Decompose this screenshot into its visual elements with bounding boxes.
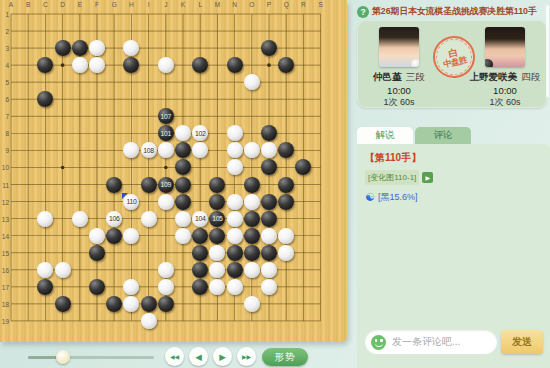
stone-white-P16 bbox=[261, 262, 277, 278]
white-player-rank: 三段 bbox=[406, 71, 425, 82]
white-byoyomi: 1次 60s bbox=[357, 96, 441, 109]
coord-col-C: C bbox=[43, 1, 48, 8]
stone-white-Q14 bbox=[278, 228, 294, 244]
stone-white-N12 bbox=[227, 194, 243, 210]
coord-row-10: 10 bbox=[0, 164, 9, 171]
white-player: 仲邑堇三段 10:00 1次 60s bbox=[357, 20, 441, 109]
tab-commentary[interactable]: 解说 bbox=[357, 127, 413, 144]
coord-col-G: G bbox=[112, 1, 117, 8]
coord-row-6: 6 bbox=[0, 96, 9, 103]
black-stone-icon bbox=[485, 59, 493, 67]
move-number-108: 108 bbox=[141, 142, 157, 158]
stone-white-E13 bbox=[72, 211, 88, 227]
next-move-button[interactable]: ▶ bbox=[213, 347, 232, 366]
stone-black-G11 bbox=[106, 177, 122, 193]
coord-col-H: H bbox=[129, 1, 134, 8]
black-byoyomi: 1次 60s bbox=[463, 96, 547, 109]
white-player-avatar bbox=[379, 27, 419, 67]
go-board[interactable]: ABCDEFGHIJKLMNOPQRS123456789101112131415… bbox=[0, 0, 347, 342]
stone-white-N13 bbox=[227, 211, 243, 227]
stone-black-J8: 101 bbox=[158, 125, 174, 141]
coord-col-I: I bbox=[148, 1, 150, 8]
winrate-value: [黑15.6%] bbox=[378, 191, 418, 204]
move-slider-knob[interactable] bbox=[56, 350, 70, 364]
stone-white-I13 bbox=[141, 211, 157, 227]
stone-black-M13: 105 bbox=[209, 211, 225, 227]
stone-black-F17 bbox=[89, 279, 105, 295]
coord-row-19: 19 bbox=[0, 317, 9, 324]
stone-white-Q15 bbox=[278, 245, 294, 261]
coord-col-Q: Q bbox=[284, 1, 289, 8]
stone-black-L16 bbox=[192, 262, 208, 278]
black-player-avatar bbox=[485, 27, 525, 67]
stone-black-F15 bbox=[89, 245, 105, 261]
stone-white-P17 bbox=[261, 279, 277, 295]
comment-placeholder: 发一条评论吧... bbox=[392, 335, 460, 349]
coord-row-17: 17 bbox=[0, 283, 9, 290]
stone-black-P12 bbox=[261, 194, 277, 210]
coord-row-16: 16 bbox=[0, 266, 9, 273]
stone-black-O14 bbox=[244, 228, 260, 244]
stone-black-N15 bbox=[227, 245, 243, 261]
stone-black-L15 bbox=[192, 245, 208, 261]
move-number-106: 106 bbox=[106, 211, 122, 227]
stone-black-I11 bbox=[141, 177, 157, 193]
white-main-time: 10:00 bbox=[357, 85, 441, 96]
stone-white-F3 bbox=[89, 40, 105, 56]
panel-tabs: 解说 评论 bbox=[357, 127, 473, 144]
coord-col-J: J bbox=[164, 1, 167, 8]
stone-white-O12 bbox=[244, 194, 260, 210]
coord-row-3: 3 bbox=[0, 45, 9, 52]
emoji-icon[interactable] bbox=[371, 335, 386, 350]
send-button[interactable]: 发送 bbox=[501, 330, 543, 354]
stone-white-L8: 102 bbox=[192, 125, 208, 141]
stone-white-O5 bbox=[244, 74, 260, 90]
stone-black-P13 bbox=[261, 211, 277, 227]
commentary-content: 【第110手】 [变化图110-1] ▶ ☯ [黑15.6%] 发一条评论吧..… bbox=[357, 144, 550, 368]
move-number-101: 101 bbox=[158, 125, 174, 141]
coord-col-E: E bbox=[78, 1, 82, 8]
coord-col-D: D bbox=[60, 1, 65, 8]
stone-black-D3 bbox=[55, 40, 71, 56]
players-card: 仲邑堇三段 10:00 1次 60s 上野爱咲美四段 10:00 1次 60s … bbox=[357, 20, 547, 108]
coord-col-S: S bbox=[318, 1, 322, 8]
coord-col-R: R bbox=[301, 1, 306, 8]
move-number-102: 102 bbox=[192, 125, 208, 141]
replay-toolbar: ◀◀ ◀ ▶ ▶▶ 形势 bbox=[0, 344, 347, 368]
variation-row: [变化图110-1] ▶ bbox=[365, 170, 433, 185]
white-stone-icon bbox=[411, 59, 419, 67]
coord-row-14: 14 bbox=[0, 232, 9, 239]
coord-row-8: 8 bbox=[0, 130, 9, 137]
stone-black-G18 bbox=[106, 296, 122, 312]
coord-row-9: 9 bbox=[0, 147, 9, 154]
coord-col-B: B bbox=[26, 1, 30, 8]
match-title-row: ? 第26期日本女流棋圣战挑战赛决胜第110手 bbox=[357, 6, 549, 18]
move-header: 【第110手】 bbox=[365, 151, 421, 165]
stone-white-I19 bbox=[141, 313, 157, 329]
stone-black-O11 bbox=[244, 177, 260, 193]
coord-col-A: A bbox=[9, 1, 13, 8]
move-number-105: 105 bbox=[209, 211, 225, 227]
stone-black-K12 bbox=[175, 194, 191, 210]
stone-black-N4 bbox=[227, 57, 243, 73]
next-icon: ▶ bbox=[219, 352, 226, 362]
coord-col-O: O bbox=[249, 1, 254, 8]
stone-white-O18 bbox=[244, 296, 260, 312]
stone-black-Q11 bbox=[278, 177, 294, 193]
stone-black-Q12 bbox=[278, 194, 294, 210]
coord-col-K: K bbox=[181, 1, 185, 8]
forward-button[interactable]: ▶▶ bbox=[237, 347, 256, 366]
stone-black-O15 bbox=[244, 245, 260, 261]
stone-white-N10 bbox=[227, 159, 243, 175]
last-move-marker bbox=[122, 193, 128, 199]
stone-white-M15 bbox=[209, 245, 225, 261]
stone-black-G14 bbox=[106, 228, 122, 244]
stone-white-N8 bbox=[227, 125, 243, 141]
stone-black-P15 bbox=[261, 245, 277, 261]
stone-white-N9 bbox=[227, 142, 243, 158]
stone-white-K14 bbox=[175, 228, 191, 244]
stone-black-K11 bbox=[175, 177, 191, 193]
variation-diagram-link[interactable]: [变化图110-1] bbox=[365, 170, 419, 185]
coord-row-1: 1 bbox=[0, 11, 9, 18]
coord-row-7: 7 bbox=[0, 113, 9, 120]
stone-black-M12 bbox=[209, 194, 225, 210]
app-window: ABCDEFGHIJKLMNOPQRS123456789101112131415… bbox=[0, 0, 550, 368]
coord-row-12: 12 bbox=[0, 198, 9, 205]
stone-black-J7: 107 bbox=[158, 108, 174, 124]
stone-white-F14 bbox=[89, 228, 105, 244]
move-number-104: 104 bbox=[192, 211, 208, 227]
white-player-name: 仲邑堇 bbox=[373, 71, 402, 82]
stone-white-C13 bbox=[37, 211, 53, 227]
coord-row-13: 13 bbox=[0, 215, 9, 222]
info-panel: ? 第26期日本女流棋圣战挑战赛决胜第110手 仲邑堇三段 10:00 1次 6… bbox=[353, 0, 550, 368]
stone-black-M14 bbox=[209, 228, 225, 244]
stone-black-J11: 109 bbox=[158, 177, 174, 193]
stone-black-L14 bbox=[192, 228, 208, 244]
black-player-rank: 四段 bbox=[521, 71, 540, 82]
stone-black-D18 bbox=[55, 296, 71, 312]
tab-comments[interactable]: 评论 bbox=[415, 127, 471, 144]
coord-row-11: 11 bbox=[0, 181, 9, 188]
stone-white-D16 bbox=[55, 262, 71, 278]
stone-black-L17 bbox=[192, 279, 208, 295]
comment-input-row: 发一条评论吧... 发送 bbox=[365, 330, 543, 354]
stone-black-N16 bbox=[227, 262, 243, 278]
comment-input[interactable]: 发一条评论吧... bbox=[365, 330, 497, 354]
stone-white-L13: 104 bbox=[192, 211, 208, 227]
prev-move-button[interactable]: ◀ bbox=[189, 347, 208, 366]
stone-white-K13 bbox=[175, 211, 191, 227]
stone-black-E3 bbox=[72, 40, 88, 56]
black-player-name: 上野爱咲美 bbox=[470, 71, 518, 82]
stone-white-P14 bbox=[261, 228, 277, 244]
coord-row-18: 18 bbox=[0, 300, 9, 307]
stone-white-H14 bbox=[123, 228, 139, 244]
move-number-109: 109 bbox=[158, 177, 174, 193]
stone-white-E4 bbox=[72, 57, 88, 73]
scrollbar[interactable] bbox=[546, 5, 550, 97]
coord-col-M: M bbox=[215, 1, 220, 8]
situation-analysis-button[interactable]: 形势 bbox=[262, 348, 308, 366]
stone-white-H12: 110 bbox=[123, 194, 139, 210]
ai-engine-icon: ☯ bbox=[365, 192, 375, 203]
stone-white-O16 bbox=[244, 262, 260, 278]
stone-white-I9: 108 bbox=[141, 142, 157, 158]
coord-col-F: F bbox=[95, 1, 99, 8]
stone-black-O13 bbox=[244, 211, 260, 227]
move-number-107: 107 bbox=[158, 108, 174, 124]
rewind-button[interactable]: ◀◀ bbox=[165, 347, 184, 366]
stone-black-P3 bbox=[261, 40, 277, 56]
black-main-time: 10:00 bbox=[463, 85, 547, 96]
stone-black-M11 bbox=[209, 177, 225, 193]
stone-white-N17 bbox=[227, 279, 243, 295]
coord-row-15: 15 bbox=[0, 249, 9, 256]
stone-white-J16 bbox=[158, 262, 174, 278]
variation-expand-button[interactable]: ▶ bbox=[422, 172, 433, 183]
coord-row-2: 2 bbox=[0, 28, 9, 35]
match-title: 第26期日本女流棋圣战挑战赛决胜第110手 bbox=[372, 6, 537, 18]
stone-white-J17 bbox=[158, 279, 174, 295]
help-icon[interactable]: ? bbox=[357, 6, 369, 18]
black-player: 上野爱咲美四段 10:00 1次 60s bbox=[463, 20, 547, 109]
stone-white-N14 bbox=[227, 228, 243, 244]
stone-white-J12 bbox=[158, 194, 174, 210]
winrate-row: ☯ [黑15.6%] bbox=[365, 191, 417, 204]
coord-row-5: 5 bbox=[0, 79, 9, 86]
forward-icon: ▶▶ bbox=[242, 353, 251, 360]
stone-white-G13: 106 bbox=[106, 211, 122, 227]
coord-col-P: P bbox=[267, 1, 271, 8]
stone-black-J18 bbox=[158, 296, 174, 312]
prev-icon: ◀ bbox=[195, 352, 202, 362]
rewind-icon: ◀◀ bbox=[170, 353, 179, 360]
coord-row-4: 4 bbox=[0, 62, 9, 69]
coord-col-N: N bbox=[232, 1, 237, 8]
stone-black-I18 bbox=[141, 296, 157, 312]
coord-col-L: L bbox=[198, 1, 202, 8]
stone-white-J4 bbox=[158, 57, 174, 73]
play-icon: ▶ bbox=[426, 174, 431, 181]
